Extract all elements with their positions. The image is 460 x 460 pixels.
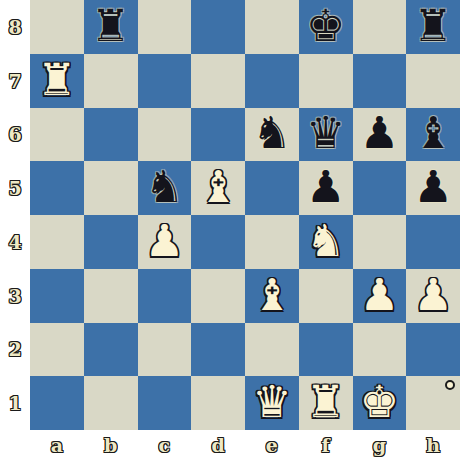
square-f6[interactable]: ♛ xyxy=(299,108,353,162)
square-e7[interactable] xyxy=(245,54,299,108)
square-h7[interactable] xyxy=(406,54,460,108)
square-f1[interactable]: ♜ xyxy=(299,376,353,430)
file-label-g: g xyxy=(353,430,407,460)
square-d7[interactable] xyxy=(191,54,245,108)
file-label-a: a xyxy=(30,430,84,460)
square-e4[interactable] xyxy=(245,215,299,269)
square-c5[interactable]: ♞ xyxy=(138,161,192,215)
square-b6[interactable] xyxy=(84,108,138,162)
square-c2[interactable] xyxy=(138,323,192,377)
square-c6[interactable] xyxy=(138,108,192,162)
piece-white-rook[interactable]: ♜ xyxy=(306,380,345,424)
square-f7[interactable] xyxy=(299,54,353,108)
rank-label-2: 2 xyxy=(0,323,30,377)
square-d5[interactable]: ♝ xyxy=(191,161,245,215)
piece-black-knight[interactable]: ♞ xyxy=(252,111,291,155)
square-d3[interactable] xyxy=(191,269,245,323)
piece-white-bishop[interactable]: ♝ xyxy=(198,165,237,209)
file-labels: abcdefgh xyxy=(30,430,460,460)
chess-board-screenshot: 87654321 ♜♚♜♜♞♛♟♝♞♝♟♟♟♞♝♟♟♛♜♚ abcdefgh xyxy=(0,0,460,460)
piece-black-king[interactable]: ♚ xyxy=(306,4,345,48)
piece-black-pawn[interactable]: ♟ xyxy=(306,165,345,209)
square-e2[interactable] xyxy=(245,323,299,377)
square-f5[interactable]: ♟ xyxy=(299,161,353,215)
square-g5[interactable] xyxy=(353,161,407,215)
square-g6[interactable]: ♟ xyxy=(353,108,407,162)
square-a5[interactable] xyxy=(30,161,84,215)
square-h2[interactable] xyxy=(406,323,460,377)
rank-label-6: 6 xyxy=(0,108,30,162)
square-b3[interactable] xyxy=(84,269,138,323)
rank-labels: 87654321 xyxy=(0,0,30,430)
square-d8[interactable] xyxy=(191,0,245,54)
square-a8[interactable] xyxy=(30,0,84,54)
piece-white-king[interactable]: ♚ xyxy=(360,380,399,424)
piece-black-pawn[interactable]: ♟ xyxy=(360,111,399,155)
square-d4[interactable] xyxy=(191,215,245,269)
square-f4[interactable]: ♞ xyxy=(299,215,353,269)
square-g1[interactable]: ♚ xyxy=(353,376,407,430)
square-f3[interactable] xyxy=(299,269,353,323)
piece-white-knight[interactable]: ♞ xyxy=(306,219,345,263)
square-b8[interactable]: ♜ xyxy=(84,0,138,54)
square-d6[interactable] xyxy=(191,108,245,162)
square-b7[interactable] xyxy=(84,54,138,108)
square-e1[interactable]: ♛ xyxy=(245,376,299,430)
piece-white-rook[interactable]: ♜ xyxy=(37,58,76,102)
piece-black-pawn[interactable]: ♟ xyxy=(413,165,452,209)
square-a2[interactable] xyxy=(30,323,84,377)
file-label-e: e xyxy=(245,430,299,460)
piece-white-pawn[interactable]: ♟ xyxy=(413,273,452,317)
file-label-d: d xyxy=(191,430,245,460)
square-c8[interactable] xyxy=(138,0,192,54)
rank-label-7: 7 xyxy=(0,54,30,108)
square-e6[interactable]: ♞ xyxy=(245,108,299,162)
square-c4[interactable]: ♟ xyxy=(138,215,192,269)
square-h3[interactable]: ♟ xyxy=(406,269,460,323)
square-e8[interactable] xyxy=(245,0,299,54)
square-h6[interactable]: ♝ xyxy=(406,108,460,162)
rank-label-5: 5 xyxy=(0,161,30,215)
square-b1[interactable] xyxy=(84,376,138,430)
rank-label-1: 1 xyxy=(0,376,30,430)
square-d2[interactable] xyxy=(191,323,245,377)
square-g4[interactable] xyxy=(353,215,407,269)
file-label-b: b xyxy=(84,430,138,460)
square-f2[interactable] xyxy=(299,323,353,377)
square-g2[interactable] xyxy=(353,323,407,377)
square-b2[interactable] xyxy=(84,323,138,377)
piece-black-queen[interactable]: ♛ xyxy=(306,111,345,155)
square-h8[interactable]: ♜ xyxy=(406,0,460,54)
piece-black-rook[interactable]: ♜ xyxy=(91,4,130,48)
square-e3[interactable]: ♝ xyxy=(245,269,299,323)
square-b5[interactable] xyxy=(84,161,138,215)
square-h5[interactable]: ♟ xyxy=(406,161,460,215)
rank-label-3: 3 xyxy=(0,269,30,323)
piece-black-rook[interactable]: ♜ xyxy=(413,4,452,48)
square-b4[interactable] xyxy=(84,215,138,269)
square-g8[interactable] xyxy=(353,0,407,54)
piece-white-pawn[interactable]: ♟ xyxy=(360,273,399,317)
piece-white-bishop[interactable]: ♝ xyxy=(252,273,291,317)
square-g7[interactable] xyxy=(353,54,407,108)
square-a6[interactable] xyxy=(30,108,84,162)
file-label-h: h xyxy=(406,430,460,460)
square-a3[interactable] xyxy=(30,269,84,323)
square-g3[interactable]: ♟ xyxy=(353,269,407,323)
square-h1[interactable] xyxy=(406,376,460,430)
file-label-f: f xyxy=(299,430,353,460)
square-e5[interactable] xyxy=(245,161,299,215)
piece-black-bishop[interactable]: ♝ xyxy=(413,111,452,155)
square-d1[interactable] xyxy=(191,376,245,430)
square-h4[interactable] xyxy=(406,215,460,269)
piece-white-queen[interactable]: ♛ xyxy=(252,380,291,424)
square-a1[interactable] xyxy=(30,376,84,430)
square-f8[interactable]: ♚ xyxy=(299,0,353,54)
file-label-c: c xyxy=(138,430,192,460)
square-c1[interactable] xyxy=(138,376,192,430)
piece-white-pawn[interactable]: ♟ xyxy=(145,219,184,263)
square-a7[interactable]: ♜ xyxy=(30,54,84,108)
board: ♜♚♜♜♞♛♟♝♞♝♟♟♟♞♝♟♟♛♜♚ xyxy=(30,0,460,430)
square-c3[interactable] xyxy=(138,269,192,323)
square-c7[interactable] xyxy=(138,54,192,108)
piece-black-knight[interactable]: ♞ xyxy=(145,165,184,209)
rank-label-4: 4 xyxy=(0,215,30,269)
square-a4[interactable] xyxy=(30,215,84,269)
side-to-move-indicator xyxy=(445,380,455,390)
rank-label-8: 8 xyxy=(0,0,30,54)
